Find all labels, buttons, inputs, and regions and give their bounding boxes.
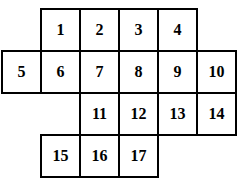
- grid-cell-1[interactable]: 1: [40, 8, 81, 52]
- grid-cell-4[interactable]: 4: [157, 8, 198, 52]
- grid-cell-8[interactable]: 8: [118, 50, 159, 94]
- grid-cell-14[interactable]: 14: [196, 92, 237, 136]
- grid-cell-16[interactable]: 16: [79, 134, 120, 178]
- grid-cell-10[interactable]: 10: [196, 50, 237, 94]
- grid-cell-12[interactable]: 12: [118, 92, 159, 136]
- grid-cell-17[interactable]: 17: [118, 134, 159, 178]
- grid-cell-7[interactable]: 7: [79, 50, 120, 94]
- grid-cell-5[interactable]: 5: [1, 50, 42, 94]
- grid-cell-2[interactable]: 2: [79, 8, 120, 52]
- grid-cell-6[interactable]: 6: [40, 50, 81, 94]
- grid-cell-11[interactable]: 11: [79, 92, 120, 136]
- puzzle-board: 1234567891011121314151617: [2, 9, 236, 177]
- grid-cell-15[interactable]: 15: [40, 134, 81, 178]
- grid-cell-3[interactable]: 3: [118, 8, 159, 52]
- grid-cell-13[interactable]: 13: [157, 92, 198, 136]
- grid-cell-9[interactable]: 9: [157, 50, 198, 94]
